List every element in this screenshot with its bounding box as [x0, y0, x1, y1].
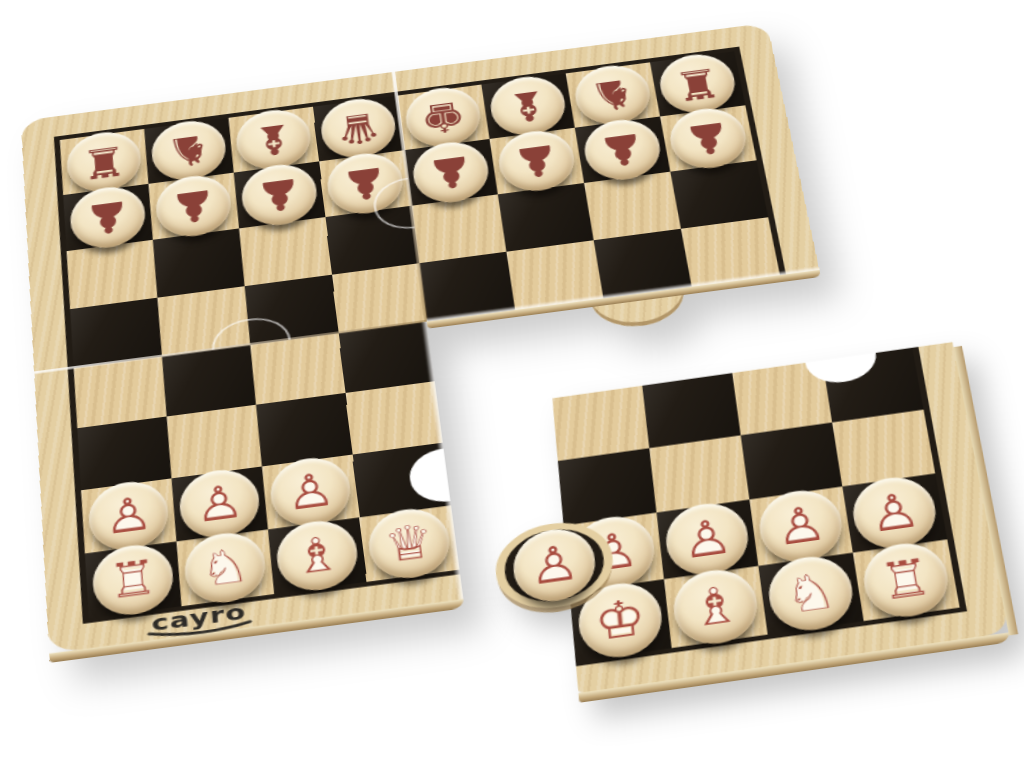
white-knight-glyph-outline: ♘: [765, 552, 858, 636]
white-rook-disc[interactable]: ♜♖: [91, 541, 175, 620]
detached-piece-tilt: ♟♙♟♙♟♙♟♙♚♔♝♗♞♘♜♖ ♟♙: [552, 342, 1008, 693]
square-g1[interactable]: ♞♘: [758, 553, 863, 635]
square-d1[interactable]: ♛♕: [359, 505, 459, 582]
white-knight-disc[interactable]: ♞♘: [182, 529, 268, 608]
square-b1[interactable]: ♞♘: [176, 529, 274, 606]
white-rook-disc[interactable]: ♜♖: [859, 538, 954, 622]
white-bishop-glyph-outline: ♗: [274, 516, 361, 595]
square-f7[interactable]: ♟: [489, 128, 584, 195]
black-pawn-disc[interactable]: ♟: [495, 127, 578, 195]
white-rook-glyph-outline: ♖: [859, 538, 954, 622]
white-knight-glyph-outline: ♘: [182, 529, 268, 608]
square-h1[interactable]: ♜♖: [853, 539, 960, 621]
black-pawn-disc[interactable]: ♟: [154, 172, 233, 241]
white-bishop-glyph-outline: ♗: [670, 565, 761, 649]
square-e7[interactable]: ♟: [404, 139, 498, 206]
white-knight-disc[interactable]: ♞♘: [765, 552, 858, 636]
black-pawn-glyph: ♟: [666, 104, 752, 172]
detached-puzzle-piece: ♟♙♟♙♟♙♟♙♚♔♝♗♞♘♜♖ ♟♙: [552, 342, 1008, 693]
white-pawn-glyph-outline: ♙: [511, 524, 598, 606]
black-pawn-glyph: ♟: [495, 127, 578, 195]
white-queen-disc[interactable]: ♛♕: [365, 504, 453, 582]
black-pawn-glyph: ♟: [154, 172, 233, 241]
square-a1[interactable]: ♜♖: [85, 542, 182, 619]
square-c7[interactable]: ♟: [234, 161, 326, 228]
detached-piece-pose: ♟♙♟♙♟♙♟♙♚♔♝♗♞♘♜♖ ♟♙: [518, 203, 1008, 693]
white-bishop-disc[interactable]: ♝♗: [670, 565, 761, 649]
square-g7[interactable]: ♟: [575, 116, 671, 183]
black-pawn-disc[interactable]: ♟: [69, 183, 147, 252]
square-c1[interactable]: ♝♗: [268, 517, 367, 594]
black-pawn-disc[interactable]: ♟: [410, 138, 492, 207]
black-pawn-glyph: ♟: [69, 183, 147, 252]
black-pawn-disc[interactable]: ♟: [239, 160, 319, 229]
square-f1[interactable]: ♝♗: [664, 566, 768, 648]
white-queen-glyph-outline: ♕: [365, 504, 453, 582]
white-rook-glyph-outline: ♖: [91, 541, 175, 620]
white-pawn-disc[interactable]: ♟♙: [511, 524, 598, 606]
square-h7[interactable]: ♟: [660, 105, 757, 172]
black-pawn-glyph: ♟: [410, 138, 492, 207]
white-bishop-disc[interactable]: ♝♗: [274, 516, 361, 595]
square-a7[interactable]: ♟: [63, 184, 153, 252]
black-pawn-glyph: ♟: [239, 160, 319, 229]
detached-board-grid: ♟♙♟♙♟♙♟♙♚♔♝♗♞♘♜♖: [552, 348, 959, 662]
black-pawn-disc[interactable]: ♟: [666, 104, 752, 172]
square-b7[interactable]: ♟: [148, 172, 239, 239]
black-pawn-glyph: ♟: [580, 116, 665, 184]
product-photo-scene: ♜♞♝♛♚♝♞♜♟♟♟♟♟♟♟♟♟♙♟♙♟♙♜♖♞♘♝♗♛♕ cayro: [0, 0, 1024, 768]
black-pawn-disc[interactable]: ♟: [580, 116, 665, 184]
